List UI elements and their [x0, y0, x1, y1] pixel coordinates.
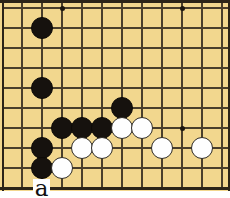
grid-line-vertical — [161, 2, 163, 189]
black-stone — [31, 137, 53, 159]
white-stone — [151, 137, 173, 159]
go-board[interactable] — [0, 0, 230, 191]
white-stone — [91, 137, 113, 159]
grid-line-vertical — [181, 2, 183, 189]
grid-line-horizontal — [2, 67, 230, 69]
white-stone — [191, 137, 213, 159]
grid-line-vertical — [141, 2, 143, 189]
black-stone — [31, 77, 53, 99]
black-stone — [91, 117, 113, 139]
grid-line-vertical — [21, 2, 23, 189]
white-stone — [51, 157, 73, 179]
board-left-edge — [2, 0, 5, 191]
point-label-a: a — [33, 179, 50, 197]
grid-line-horizontal — [2, 47, 230, 49]
star-point — [60, 6, 65, 11]
black-stone — [71, 117, 93, 139]
grid-line-horizontal — [2, 7, 230, 9]
grid-line-vertical — [221, 2, 223, 189]
white-stone — [131, 117, 153, 139]
white-stone — [111, 117, 133, 139]
crop-border-right — [228, 0, 230, 191]
crop-border-top — [0, 0, 230, 3]
star-point — [180, 6, 185, 11]
go-board-diagram: a — [0, 0, 230, 198]
black-stone — [51, 117, 73, 139]
grid-line-vertical — [201, 2, 203, 189]
star-point — [180, 126, 185, 131]
black-stone — [111, 97, 133, 119]
grid-line-vertical — [81, 2, 83, 189]
white-stone — [71, 137, 93, 159]
grid-line-vertical — [101, 2, 103, 189]
grid-line-vertical — [121, 2, 123, 189]
black-stone — [31, 17, 53, 39]
